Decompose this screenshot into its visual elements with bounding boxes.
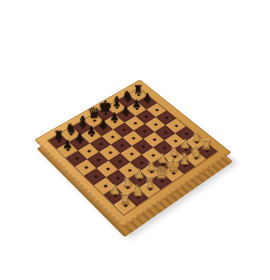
chess-set-photo: ♜♞♝♛♚♝♞♜♟♟♟♟♟♟♟♟♟♟♟♟♟♟♟♟♜♞♝♛♚♝♞♜ bbox=[0, 0, 270, 280]
piece-white-rook: ♜ bbox=[199, 139, 214, 151]
piece-white-pawn: ♟ bbox=[189, 131, 204, 142]
board-grid: ♜♞♝♛♚♝♞♜♟♟♟♟♟♟♟♟♟♟♟♟♟♟♟♟♜♞♝♛♚♝♞♜ bbox=[48, 88, 217, 215]
piece-black-bishop: ♝ bbox=[109, 94, 123, 107]
piece-black-rook: ♜ bbox=[131, 84, 145, 95]
chess-board: ♜♞♝♛♚♝♞♜♟♟♟♟♟♟♟♟♟♟♟♟♟♟♟♟♜♞♝♛♚♝♞♜ bbox=[34, 79, 231, 227]
